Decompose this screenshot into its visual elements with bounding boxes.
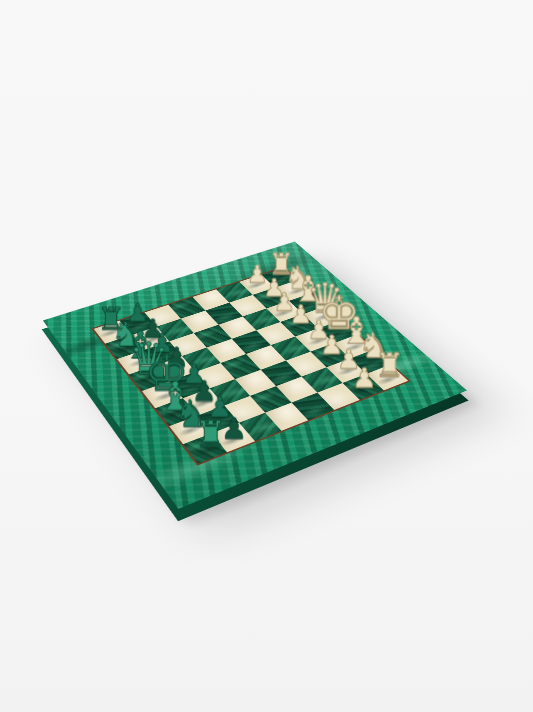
product-photo-page: ♜♟♟♜♞♟♟♞♝♟♟♝♛♟♟♛♚♟♟♚♝♟♟♝♞♟♟♞♜♟♟♜ [0,0,533,712]
chess-set-scene: ♜♟♟♜♞♟♟♞♝♟♟♝♛♟♟♛♚♟♟♚♝♟♟♝♞♟♟♞♜♟♟♜ [58,166,434,542]
green-rook-glyph: ♜ [177,417,244,451]
chess-board: ♜♟♟♜♞♟♟♞♝♟♟♝♛♟♟♛♚♟♟♚♝♟♟♝♞♟♟♞♜♟♟♜ [43,242,467,509]
white-pawn-glyph: ♟ [333,365,396,391]
